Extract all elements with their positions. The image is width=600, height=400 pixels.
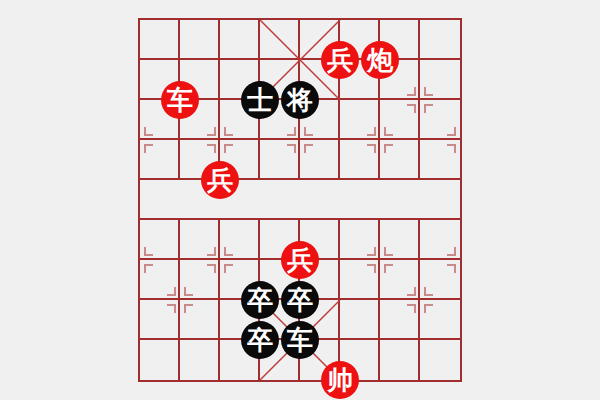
board-cell: [180, 260, 220, 300]
piece-red-chariot[interactable]: 车: [161, 81, 199, 119]
piece-red-soldier-1[interactable]: 兵: [321, 41, 359, 79]
piece-black-soldier-2[interactable]: 卒: [281, 281, 319, 319]
board-cell: [340, 260, 380, 300]
piece-red-general[interactable]: 帅: [321, 361, 359, 399]
board-cell: [260, 140, 300, 180]
board-cell: [140, 300, 180, 340]
board-cell: [340, 140, 380, 180]
board-cell: [340, 100, 380, 140]
board-cell: [380, 140, 420, 180]
board-cell: [380, 340, 420, 380]
river-cell: [140, 180, 180, 220]
piece-red-soldier-2[interactable]: 兵: [201, 161, 239, 199]
river-cell: [380, 180, 420, 220]
board-cell: [380, 220, 420, 260]
board-cell: [420, 220, 460, 260]
piece-black-chariot[interactable]: 车: [281, 321, 319, 359]
board-cell: [420, 140, 460, 180]
river-cell: [340, 180, 380, 220]
board-cell: [140, 340, 180, 380]
board-cell: [180, 300, 220, 340]
board-cell: [380, 260, 420, 300]
piece-red-soldier-3[interactable]: 兵: [281, 241, 319, 279]
board-cell: [420, 60, 460, 100]
piece-black-soldier-1[interactable]: 卒: [241, 281, 279, 319]
board-cell: [260, 20, 300, 60]
board-cell: [420, 300, 460, 340]
board-cell: [220, 20, 260, 60]
piece-black-soldier-3[interactable]: 卒: [241, 321, 279, 359]
board-cell: [140, 220, 180, 260]
board-cell: [420, 340, 460, 380]
xiangqi-board: 车士将兵炮兵兵卒卒卒车帅: [138, 18, 462, 382]
xiangqi-screenshot: 车士将兵炮兵兵卒卒卒车帅: [0, 0, 600, 400]
piece-red-cannon[interactable]: 炮: [361, 41, 399, 79]
board-cell: [220, 220, 260, 260]
piece-black-advisor[interactable]: 士: [241, 81, 279, 119]
board-cell: [140, 140, 180, 180]
river-cell: [260, 180, 300, 220]
board-cell: [380, 100, 420, 140]
board-cell: [180, 20, 220, 60]
board-cell: [140, 20, 180, 60]
board-cell: [340, 220, 380, 260]
board-cell: [380, 300, 420, 340]
board-cell: [340, 300, 380, 340]
board-cell: [180, 220, 220, 260]
board-cell: [420, 260, 460, 300]
board-cell: [180, 340, 220, 380]
river-cell: [420, 180, 460, 220]
river-cell: [300, 180, 340, 220]
piece-black-general[interactable]: 将: [281, 81, 319, 119]
board-cell: [420, 20, 460, 60]
board-cell: [300, 140, 340, 180]
board-cell: [140, 260, 180, 300]
board-cell: [420, 100, 460, 140]
